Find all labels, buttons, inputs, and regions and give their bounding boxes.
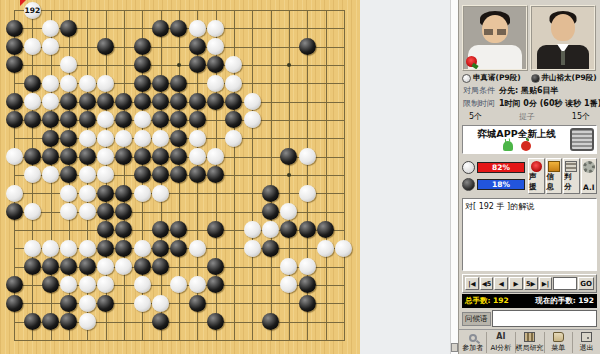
- black-stone[interactable]: [262, 185, 279, 202]
- white-stone[interactable]: [24, 38, 41, 55]
- white-winrate-bar: 82%: [477, 162, 525, 173]
- white-stone[interactable]: [244, 240, 261, 257]
- black-stone[interactable]: [42, 276, 59, 293]
- white-stone[interactable]: [189, 276, 206, 293]
- black-stone[interactable]: [24, 148, 41, 165]
- white-stone[interactable]: [207, 20, 224, 37]
- black-stone[interactable]: [152, 75, 169, 92]
- black-stone[interactable]: [170, 148, 187, 165]
- board-icon: [524, 332, 535, 342]
- magnifier-icon: [469, 334, 477, 342]
- photo-glasses: [484, 29, 506, 35]
- black-player-label: 井山裕太(P9段): [542, 73, 597, 83]
- last-move-marker: [20, 0, 29, 6]
- gear-icon: [583, 161, 595, 173]
- ai-icon: AI: [495, 332, 506, 342]
- black-stone[interactable]: [97, 295, 114, 312]
- black-stone[interactable]: [189, 111, 206, 128]
- white-stone[interactable]: [134, 276, 151, 293]
- white-stone[interactable]: [97, 148, 114, 165]
- black-stone[interactable]: [97, 185, 114, 202]
- white-stone[interactable]: [97, 75, 114, 92]
- black-stone[interactable]: [170, 130, 187, 147]
- android-icon: [503, 141, 513, 151]
- black-stone[interactable]: [42, 313, 59, 330]
- black-stone[interactable]: [6, 56, 23, 73]
- black-stone[interactable]: [97, 221, 114, 238]
- star-point: [287, 63, 291, 67]
- white-stone[interactable]: [42, 240, 59, 257]
- rose-icon: [466, 56, 477, 67]
- white-stone[interactable]: [60, 276, 77, 293]
- grid-line: [14, 340, 345, 341]
- white-stone[interactable]: [6, 185, 23, 202]
- white-stone[interactable]: [79, 276, 96, 293]
- white-stone[interactable]: [79, 75, 96, 92]
- black-stone[interactable]: [207, 93, 224, 110]
- black-stone[interactable]: [189, 56, 206, 73]
- grid-line: [271, 10, 272, 341]
- white-stone[interactable]: [225, 130, 242, 147]
- black-stone[interactable]: [60, 93, 77, 110]
- captures-row: 5个 提子 15个: [459, 110, 600, 123]
- app-window: 192 申真谞(P9段): [0, 0, 600, 354]
- white-stone[interactable]: [134, 185, 151, 202]
- black-player-name: 井山裕太(P9段): [531, 73, 598, 83]
- star-point: [177, 63, 181, 67]
- books-icon: [565, 161, 577, 172]
- white-stone[interactable]: [24, 240, 41, 257]
- white-player-photo: [462, 5, 528, 71]
- condition-label: 对局条件: [463, 85, 499, 96]
- ai-button[interactable]: A.I: [581, 158, 598, 194]
- exit-button[interactable]: 退出: [573, 332, 600, 353]
- white-stone[interactable]: [134, 130, 151, 147]
- white-stone-icon: [462, 161, 475, 174]
- white-stone[interactable]: [244, 93, 261, 110]
- go-board[interactable]: 192: [0, 0, 360, 354]
- chat-label: 问候语: [462, 312, 491, 326]
- black-stone[interactable]: [60, 295, 77, 312]
- white-stone[interactable]: [244, 221, 261, 238]
- white-stone[interactable]: [317, 240, 334, 257]
- white-stone[interactable]: [97, 258, 114, 275]
- forward-button[interactable]: ▶: [509, 277, 523, 290]
- white-stone[interactable]: [189, 240, 206, 257]
- white-stone[interactable]: [170, 276, 187, 293]
- black-stone[interactable]: [42, 130, 59, 147]
- black-stone[interactable]: [207, 221, 224, 238]
- black-stone[interactable]: [24, 313, 41, 330]
- white-stone[interactable]: [152, 130, 169, 147]
- black-stone[interactable]: [60, 148, 77, 165]
- white-player-name: 申真谞(P9段): [462, 73, 529, 83]
- white-stone[interactable]: [134, 111, 151, 128]
- white-stone[interactable]: [24, 166, 41, 183]
- black-stone[interactable]: [134, 166, 151, 183]
- white-stone[interactable]: [42, 38, 59, 55]
- black-stone[interactable]: [152, 221, 169, 238]
- white-stone[interactable]: [42, 75, 59, 92]
- black-stone[interactable]: [225, 93, 242, 110]
- black-stone[interactable]: [152, 258, 169, 275]
- white-stone[interactable]: [79, 185, 96, 202]
- black-stone[interactable]: [299, 38, 316, 55]
- black-stone[interactable]: [6, 295, 23, 312]
- white-stone[interactable]: [299, 185, 316, 202]
- white-stone[interactable]: [115, 258, 132, 275]
- black-stone[interactable]: [42, 148, 59, 165]
- white-stone[interactable]: [244, 111, 261, 128]
- black-stone[interactable]: [60, 258, 77, 275]
- captures-label: 提子: [519, 111, 535, 122]
- black-stone-icon: [462, 178, 475, 191]
- white-stone[interactable]: [134, 295, 151, 312]
- move-number-input[interactable]: [553, 277, 577, 290]
- scrollbar-strip[interactable]: [450, 0, 458, 354]
- black-stone[interactable]: [207, 166, 224, 183]
- black-stone[interactable]: [299, 295, 316, 312]
- white-stone[interactable]: [152, 295, 169, 312]
- white-stone[interactable]: [299, 258, 316, 275]
- white-stone[interactable]: [97, 276, 114, 293]
- black-stone[interactable]: [42, 111, 59, 128]
- black-stone[interactable]: [60, 20, 77, 37]
- black-stone[interactable]: [207, 56, 224, 73]
- door-icon: [581, 332, 592, 342]
- white-stone[interactable]: [79, 130, 96, 147]
- forward-5-button[interactable]: 5▶: [524, 277, 538, 290]
- white-stone[interactable]: [60, 185, 77, 202]
- white-stone[interactable]: [189, 20, 206, 37]
- black-stone[interactable]: [60, 313, 77, 330]
- black-stone[interactable]: [170, 20, 187, 37]
- black-stone[interactable]: [170, 221, 187, 238]
- chat-input[interactable]: [492, 310, 598, 327]
- move-navigation: |◀ ◀5 ◀ ▶ 5▶ ▶| GO: [462, 274, 597, 293]
- black-winrate-bar: 18%: [477, 179, 525, 190]
- player-names: 申真谞(P9段) 井山裕太(P9段): [459, 72, 600, 84]
- white-stone[interactable]: [24, 93, 41, 110]
- white-stone[interactable]: [60, 203, 77, 220]
- white-stone[interactable]: [262, 221, 279, 238]
- time-label: 限制时间: [463, 98, 499, 109]
- black-stone[interactable]: [170, 111, 187, 128]
- white-stone[interactable]: [42, 20, 59, 37]
- black-stone[interactable]: [60, 166, 77, 183]
- black-stone[interactable]: [6, 93, 23, 110]
- game-research-button[interactable]: 棋局研究: [516, 332, 545, 353]
- cheer-button[interactable]: 声援: [528, 158, 545, 194]
- black-stone[interactable]: [280, 221, 297, 238]
- white-stone[interactable]: [79, 203, 96, 220]
- white-stone[interactable]: [225, 56, 242, 73]
- black-stone[interactable]: [42, 258, 59, 275]
- white-stone[interactable]: [280, 276, 297, 293]
- first-move-button[interactable]: |◀: [465, 277, 479, 290]
- black-stone[interactable]: [134, 93, 151, 110]
- participants-button[interactable]: 参加者: [459, 332, 487, 353]
- black-stone[interactable]: [97, 203, 114, 220]
- black-stone[interactable]: [24, 75, 41, 92]
- condition-row: 对局条件 分先: 黑贴6目半: [459, 84, 600, 97]
- chat-row: 问候语: [462, 310, 597, 327]
- white-player-label: 申真谞(P9段): [473, 73, 521, 83]
- rose-icon: [531, 161, 542, 172]
- star-point: [287, 173, 291, 177]
- time-row: 限制时间 1时间 0分 (60秒 读秒 1番): [459, 97, 600, 110]
- apple-icon: [521, 141, 531, 151]
- last-move-button[interactable]: ▶|: [539, 277, 553, 290]
- condition-value: 分先: 黑贴6目半: [499, 85, 559, 96]
- app-banner[interactable]: 弈城APP全新上线: [462, 125, 597, 154]
- white-stone[interactable]: [280, 258, 297, 275]
- black-stone[interactable]: [189, 93, 206, 110]
- black-stone[interactable]: [134, 38, 151, 55]
- black-stone[interactable]: [97, 38, 114, 55]
- black-stone[interactable]: [6, 38, 23, 55]
- black-stone[interactable]: [60, 111, 77, 128]
- black-stone[interactable]: [170, 166, 187, 183]
- black-stone[interactable]: [115, 148, 132, 165]
- black-stone[interactable]: [280, 148, 297, 165]
- side-panel: 申真谞(P9段) 井山裕太(P9段) 对局条件 分先: 黑贴6目半 限制时间 1…: [458, 0, 600, 354]
- black-stone[interactable]: [60, 130, 77, 147]
- winrate-block: 82% 18% 声援 信息 判分: [459, 156, 600, 196]
- black-stone[interactable]: [97, 240, 114, 257]
- black-stone[interactable]: [299, 276, 316, 293]
- black-stone[interactable]: [6, 20, 23, 37]
- white-stone[interactable]: [42, 93, 59, 110]
- grid-line: [344, 10, 345, 341]
- black-stone[interactable]: [6, 203, 23, 220]
- white-stone[interactable]: [207, 75, 224, 92]
- black-stone[interactable]: [225, 111, 242, 128]
- black-stone[interactable]: [189, 295, 206, 312]
- black-stone[interactable]: [134, 56, 151, 73]
- black-stone[interactable]: [207, 276, 224, 293]
- menu-button[interactable]: 菜单: [545, 332, 573, 353]
- black-stone[interactable]: [6, 111, 23, 128]
- black-stone[interactable]: [152, 148, 169, 165]
- black-stone[interactable]: [189, 166, 206, 183]
- black-stone[interactable]: [189, 38, 206, 55]
- white-stone[interactable]: [97, 166, 114, 183]
- phone-image: [570, 128, 594, 151]
- black-stone[interactable]: [152, 240, 169, 257]
- black-stone[interactable]: [115, 93, 132, 110]
- move-counter-bar: 总手数: 192 现在的手数: 192: [462, 294, 597, 308]
- white-stone[interactable]: [6, 148, 23, 165]
- black-stone[interactable]: [115, 203, 132, 220]
- back-5-button[interactable]: ◀5: [480, 277, 494, 290]
- black-stone[interactable]: [207, 313, 224, 330]
- go-button[interactable]: GO: [578, 277, 594, 290]
- black-stone[interactable]: [262, 313, 279, 330]
- black-stone[interactable]: [134, 75, 151, 92]
- white-stone[interactable]: [79, 295, 96, 312]
- scrollbar-button[interactable]: [451, 343, 458, 352]
- time-value: 1时间 0分 (60秒 读秒 1番): [499, 98, 600, 109]
- black-stone[interactable]: [170, 75, 187, 92]
- total-moves: 总手数: 192: [465, 296, 509, 306]
- window-background: [360, 0, 450, 354]
- black-stone[interactable]: [6, 276, 23, 293]
- black-stone[interactable]: [134, 148, 151, 165]
- back-button[interactable]: ◀: [494, 277, 508, 290]
- white-stone[interactable]: [207, 38, 224, 55]
- black-stone[interactable]: [317, 221, 334, 238]
- black-stone[interactable]: [262, 203, 279, 220]
- black-stone[interactable]: [115, 240, 132, 257]
- white-stone[interactable]: [152, 185, 169, 202]
- black-stone[interactable]: [79, 111, 96, 128]
- white-stone[interactable]: [60, 56, 77, 73]
- black-stone[interactable]: [24, 111, 41, 128]
- score-estimate-button[interactable]: 判分: [563, 158, 580, 194]
- black-stone[interactable]: [207, 258, 224, 275]
- black-stone[interactable]: [299, 221, 316, 238]
- black-stone[interactable]: [152, 93, 169, 110]
- black-stone[interactable]: [97, 93, 114, 110]
- white-stone[interactable]: [225, 75, 242, 92]
- white-stone[interactable]: [134, 240, 151, 257]
- ai-analysis-button[interactable]: AI AI分析: [487, 332, 515, 353]
- white-winrate-row: 82%: [462, 161, 525, 174]
- black-stone[interactable]: [115, 111, 132, 128]
- black-stone[interactable]: [152, 313, 169, 330]
- black-stone[interactable]: [79, 148, 96, 165]
- black-stone[interactable]: [170, 240, 187, 257]
- black-stone[interactable]: [170, 93, 187, 110]
- white-stone[interactable]: [24, 203, 41, 220]
- black-stone[interactable]: [152, 111, 169, 128]
- black-stone[interactable]: [79, 258, 96, 275]
- white-stone[interactable]: [299, 148, 316, 165]
- chest-icon: [548, 161, 560, 172]
- bottom-toolbar: 参加者 AI AI分析 棋局研究 菜单 退出: [459, 329, 600, 354]
- black-stone[interactable]: [24, 258, 41, 275]
- black-stone[interactable]: [134, 258, 151, 275]
- black-captures: 15个: [572, 111, 590, 122]
- white-stone[interactable]: [189, 148, 206, 165]
- white-stone[interactable]: [207, 148, 224, 165]
- black-player-photo: [530, 5, 596, 71]
- photo-face: [551, 14, 575, 41]
- black-stone[interactable]: [262, 240, 279, 257]
- black-stone[interactable]: [115, 185, 132, 202]
- book-icon: [553, 332, 564, 342]
- black-stone[interactable]: [79, 93, 96, 110]
- commentary-box[interactable]: 对[ 192 手 ]的解说: [462, 198, 597, 271]
- current-move: 现在的手数: 192: [535, 296, 594, 306]
- grid-line: [252, 10, 253, 341]
- white-stone[interactable]: [79, 240, 96, 257]
- white-captures: 5个: [469, 111, 482, 122]
- black-stone[interactable]: [152, 166, 169, 183]
- grid-line: [326, 10, 327, 341]
- white-stone[interactable]: [97, 111, 114, 128]
- white-stone[interactable]: [60, 75, 77, 92]
- white-stone[interactable]: [335, 240, 352, 257]
- black-winrate-row: 18%: [462, 178, 525, 191]
- white-stone[interactable]: [115, 130, 132, 147]
- player-photos: [459, 0, 600, 72]
- info-button[interactable]: 信息: [546, 158, 563, 194]
- white-stone[interactable]: [79, 166, 96, 183]
- black-stone-icon: [531, 74, 540, 83]
- white-stone[interactable]: [60, 240, 77, 257]
- commentary-text: 对[ 192 手 ]的解说: [465, 202, 534, 211]
- white-stone[interactable]: [42, 166, 59, 183]
- photo-tie: [561, 51, 565, 65]
- white-stone[interactable]: [79, 313, 96, 330]
- white-stone[interactable]: [97, 130, 114, 147]
- banner-title: 弈城APP全新上线: [477, 128, 555, 141]
- black-stone[interactable]: [152, 20, 169, 37]
- white-stone[interactable]: [280, 203, 297, 220]
- white-stone-icon: [462, 74, 471, 83]
- black-stone[interactable]: [115, 221, 132, 238]
- white-stone[interactable]: [189, 130, 206, 147]
